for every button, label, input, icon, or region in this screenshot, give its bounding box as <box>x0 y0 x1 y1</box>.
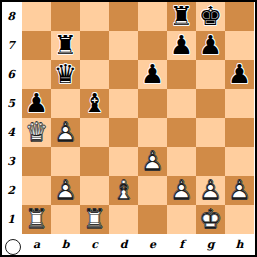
square-a1[interactable]: ♜ <box>22 205 51 234</box>
square-c2[interactable] <box>80 176 109 205</box>
chess-board: ♜♚♜♟♟♛♟♟♟♝♛♟♟♟♝♟♟♟♜♜♚ <box>22 2 254 234</box>
piece-white-bishop: ♝ <box>112 176 135 205</box>
square-h8[interactable] <box>225 2 254 31</box>
piece-black-pawn: ♟ <box>199 31 222 60</box>
piece-white-rook: ♜ <box>83 205 106 234</box>
square-a8[interactable] <box>22 2 51 31</box>
square-d4[interactable] <box>109 118 138 147</box>
rank-label-2: 2 <box>2 176 20 205</box>
square-e5[interactable] <box>138 89 167 118</box>
square-c4[interactable] <box>80 118 109 147</box>
square-a2[interactable] <box>22 176 51 205</box>
square-c1[interactable]: ♜ <box>80 205 109 234</box>
rank-labels: 87654321 <box>2 2 22 234</box>
square-f8[interactable]: ♜ <box>167 2 196 31</box>
square-a7[interactable] <box>22 31 51 60</box>
square-h6[interactable]: ♟ <box>225 60 254 89</box>
piece-white-pawn: ♟ <box>54 176 77 205</box>
square-a5[interactable]: ♟ <box>22 89 51 118</box>
rank-label-3: 3 <box>2 147 20 176</box>
square-c6[interactable] <box>80 60 109 89</box>
square-f3[interactable] <box>167 147 196 176</box>
square-c8[interactable] <box>80 2 109 31</box>
rank-label-7: 7 <box>2 31 20 60</box>
piece-white-pawn: ♟ <box>199 176 222 205</box>
piece-black-pawn: ♟ <box>141 60 164 89</box>
square-h3[interactable] <box>225 147 254 176</box>
square-g5[interactable] <box>196 89 225 118</box>
file-label-b: b <box>51 234 80 255</box>
piece-black-pawn: ♟ <box>228 60 251 89</box>
square-a6[interactable] <box>22 60 51 89</box>
square-b1[interactable] <box>51 205 80 234</box>
file-label-f: f <box>167 234 196 255</box>
square-b4[interactable]: ♟ <box>51 118 80 147</box>
piece-white-queen: ♛ <box>25 118 48 147</box>
square-h1[interactable] <box>225 205 254 234</box>
square-d5[interactable] <box>109 89 138 118</box>
square-f2[interactable]: ♟ <box>167 176 196 205</box>
square-b3[interactable] <box>51 147 80 176</box>
square-d3[interactable] <box>109 147 138 176</box>
rank-label-6: 6 <box>2 60 20 89</box>
square-e4[interactable] <box>138 118 167 147</box>
square-b2[interactable]: ♟ <box>51 176 80 205</box>
file-label-d: d <box>109 234 138 255</box>
square-h4[interactable] <box>225 118 254 147</box>
piece-black-rook: ♜ <box>170 2 193 31</box>
side-to-move-indicator <box>5 239 21 255</box>
square-g8[interactable]: ♚ <box>196 2 225 31</box>
square-b6[interactable]: ♛ <box>51 60 80 89</box>
rank-label-4: 4 <box>2 118 20 147</box>
square-d6[interactable] <box>109 60 138 89</box>
square-a3[interactable] <box>22 147 51 176</box>
square-g4[interactable] <box>196 118 225 147</box>
square-d1[interactable] <box>109 205 138 234</box>
square-f5[interactable] <box>167 89 196 118</box>
square-h7[interactable] <box>225 31 254 60</box>
piece-black-pawn: ♟ <box>25 89 48 118</box>
piece-black-bishop: ♝ <box>83 89 106 118</box>
piece-black-rook: ♜ <box>54 31 77 60</box>
square-g1[interactable]: ♚ <box>196 205 225 234</box>
square-b5[interactable] <box>51 89 80 118</box>
square-c5[interactable]: ♝ <box>80 89 109 118</box>
square-e7[interactable] <box>138 31 167 60</box>
square-c3[interactable] <box>80 147 109 176</box>
file-labels: abcdefgh <box>22 234 254 255</box>
file-label-c: c <box>80 234 109 255</box>
square-e1[interactable] <box>138 205 167 234</box>
piece-white-king: ♚ <box>199 205 222 234</box>
piece-white-pawn: ♟ <box>54 118 77 147</box>
square-d7[interactable] <box>109 31 138 60</box>
square-g6[interactable] <box>196 60 225 89</box>
square-b7[interactable]: ♜ <box>51 31 80 60</box>
square-a4[interactable]: ♛ <box>22 118 51 147</box>
piece-black-queen: ♛ <box>54 60 77 89</box>
square-e8[interactable] <box>138 2 167 31</box>
square-h2[interactable]: ♟ <box>225 176 254 205</box>
square-d2[interactable]: ♝ <box>109 176 138 205</box>
piece-white-pawn: ♟ <box>228 176 251 205</box>
piece-black-king: ♚ <box>199 2 222 31</box>
square-f6[interactable] <box>167 60 196 89</box>
chess-diagram-frame: ♜♚♜♟♟♛♟♟♟♝♛♟♟♟♝♟♟♟♜♜♚ 87654321 abcdefgh <box>0 0 257 257</box>
rank-label-5: 5 <box>2 89 20 118</box>
rank-label-8: 8 <box>2 2 20 31</box>
file-label-g: g <box>196 234 225 255</box>
square-h5[interactable] <box>225 89 254 118</box>
square-e3[interactable]: ♟ <box>138 147 167 176</box>
piece-black-pawn: ♟ <box>170 31 193 60</box>
square-e2[interactable] <box>138 176 167 205</box>
file-label-a: a <box>22 234 51 255</box>
square-f1[interactable] <box>167 205 196 234</box>
square-c7[interactable] <box>80 31 109 60</box>
square-g7[interactable]: ♟ <box>196 31 225 60</box>
piece-white-pawn: ♟ <box>170 176 193 205</box>
rank-label-1: 1 <box>2 205 20 234</box>
file-label-h: h <box>225 234 254 255</box>
square-d8[interactable] <box>109 2 138 31</box>
square-f4[interactable] <box>167 118 196 147</box>
piece-white-rook: ♜ <box>25 205 48 234</box>
file-label-e: e <box>138 234 167 255</box>
piece-white-pawn: ♟ <box>141 147 164 176</box>
square-g3[interactable] <box>196 147 225 176</box>
square-g2[interactable]: ♟ <box>196 176 225 205</box>
square-f7[interactable]: ♟ <box>167 31 196 60</box>
square-e6[interactable]: ♟ <box>138 60 167 89</box>
square-b8[interactable] <box>51 2 80 31</box>
